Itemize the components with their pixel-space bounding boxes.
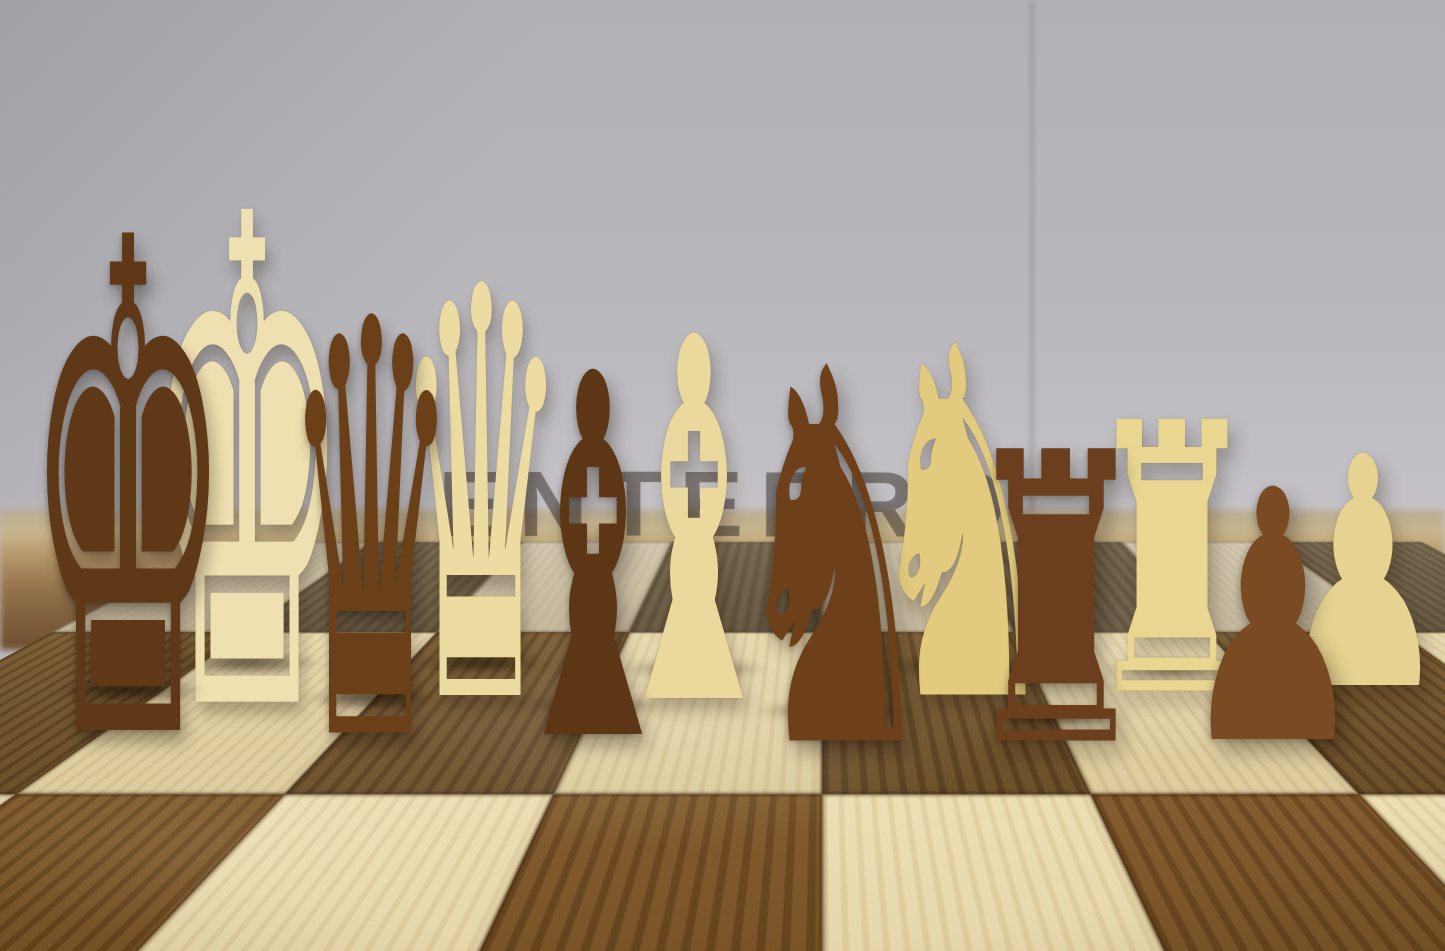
piece-dark-knight: ♞: [727, 304, 940, 821]
photo-stage: ♚♚♛♛♝♝♞♞♜♜♟♟ ENTERRO: [0, 0, 1445, 951]
piece-dark-bishop: ♝: [499, 311, 687, 811]
piece-dark-queen: ♛: [284, 247, 459, 821]
piece-dark-pawn: ♟: [1180, 446, 1367, 793]
piece-dark-king: ♚: [24, 154, 232, 835]
piece-dark-rook: ♜: [961, 402, 1151, 802]
pieces-layer: ♚♚♛♛♝♝♞♞♜♜♟♟: [0, 0, 1445, 951]
